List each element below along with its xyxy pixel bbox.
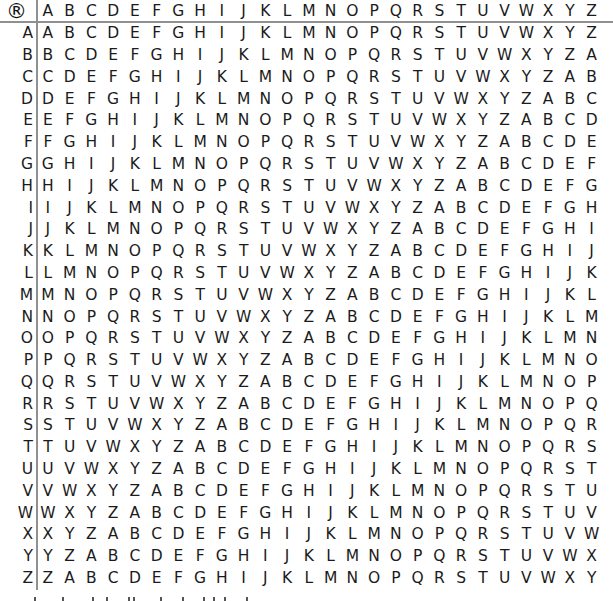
grid-cell: M [81, 241, 103, 263]
grid-cell: S [320, 132, 342, 154]
grid-cell: Q [37, 372, 59, 394]
grid-cell: B [363, 285, 385, 307]
row-label-cell: I [0, 197, 37, 219]
grid-cell: K [342, 503, 364, 525]
grid-cell: O [537, 394, 559, 416]
grid-cell: O [385, 546, 407, 568]
grid-cell: S [276, 176, 298, 198]
grid-cell: A [233, 394, 255, 416]
grid-cell: Q [516, 459, 538, 481]
grid-cell: T [168, 306, 190, 328]
grid-cell: R [59, 372, 81, 394]
grid-cell: V [81, 437, 103, 459]
grid-cell: I [320, 481, 342, 503]
grid-cell: C [189, 481, 211, 503]
grid-cell: A [189, 437, 211, 459]
grid-cell: H [102, 110, 124, 132]
grid-cell: Z [276, 328, 298, 350]
caption-ascender-tick [128, 597, 130, 601]
grid-cell: V [407, 110, 429, 132]
grid-cell: A [211, 415, 233, 437]
grid-cell: P [537, 415, 559, 437]
grid-cell: D [581, 110, 603, 132]
grid-cell: T [516, 524, 538, 546]
grid-cell: Q [342, 67, 364, 89]
grid-cell: U [168, 328, 190, 350]
grid-cell: F [559, 176, 581, 198]
grid-cell: N [146, 197, 168, 219]
grid-cell: X [537, 23, 559, 45]
grid-cell: Q [429, 546, 451, 568]
grid-cell: U [494, 568, 516, 590]
grid-cell: D [320, 372, 342, 394]
grid-cell: W [59, 481, 81, 503]
grid-cell: Q [407, 568, 429, 590]
grid-cell: B [37, 45, 59, 67]
grid-cell: N [124, 219, 146, 241]
grid-cell: E [146, 568, 168, 590]
grid-cell: C [385, 285, 407, 307]
grid-cell: V [472, 45, 494, 67]
grid-cell: M [516, 372, 538, 394]
grid-cell: B [233, 415, 255, 437]
grid-cell: U [385, 110, 407, 132]
grid-cell: L [233, 67, 255, 89]
grid-cell: N [189, 154, 211, 176]
grid-cell: S [385, 67, 407, 89]
grid-cell: L [298, 568, 320, 590]
grid-cell: B [189, 459, 211, 481]
grid-cell: J [298, 524, 320, 546]
grid-cell: Y [298, 285, 320, 307]
grid-cell: N [537, 372, 559, 394]
grid-cell: G [385, 372, 407, 394]
grid-cell: J [429, 394, 451, 416]
col-header-cell: K [255, 0, 277, 23]
row-label-cell: G [0, 154, 37, 176]
row-label-cell: R [0, 394, 37, 416]
grid-cell: K [276, 568, 298, 590]
grid-cell: M [233, 88, 255, 110]
grid-cell: R [494, 503, 516, 525]
grid-cell: M [559, 328, 581, 350]
grid-cell: K [37, 241, 59, 263]
grid-cell: A [342, 285, 364, 307]
grid-cell: M [189, 132, 211, 154]
grid-cell: L [450, 415, 472, 437]
grid-cell: O [211, 154, 233, 176]
grid-cell: C [59, 45, 81, 67]
grid-cell: I [298, 503, 320, 525]
grid-cell: D [363, 328, 385, 350]
grid-cell: T [255, 219, 277, 241]
grid-cell: G [298, 459, 320, 481]
row-label-cell: E [0, 110, 37, 132]
grid-cell: X [168, 394, 190, 416]
grid-cell: F [146, 23, 168, 45]
grid-cell: A [146, 481, 168, 503]
grid-cell: H [472, 306, 494, 328]
grid-cell: Y [59, 524, 81, 546]
caption-ascender-tick [106, 597, 108, 601]
grid-cell: F [363, 372, 385, 394]
grid-cell: Z [450, 154, 472, 176]
grid-cell: B [102, 546, 124, 568]
grid-cell: X [211, 350, 233, 372]
grid-cell: T [342, 132, 364, 154]
grid-cell: S [559, 459, 581, 481]
grid-cell: S [298, 154, 320, 176]
grid-cell: V [124, 394, 146, 416]
grid-cell: S [537, 481, 559, 503]
grid-cell: K [385, 459, 407, 481]
grid-cell: Z [342, 263, 364, 285]
caption-ascender-tick [62, 597, 64, 601]
grid-cell: C [81, 23, 103, 45]
grid-cell: R [276, 154, 298, 176]
grid-cell: X [255, 306, 277, 328]
grid-cell: M [429, 459, 451, 481]
grid-cell: H [211, 568, 233, 590]
grid-cell: P [516, 437, 538, 459]
grid-cell: O [450, 481, 472, 503]
grid-cell: U [472, 23, 494, 45]
grid-cell: O [407, 524, 429, 546]
grid-cell: A [537, 88, 559, 110]
grid-cell: L [81, 219, 103, 241]
caption-ascender-tick [246, 597, 248, 601]
grid-cell: B [450, 197, 472, 219]
grid-cell: O [494, 437, 516, 459]
grid-cell: Z [81, 524, 103, 546]
grid-cell: J [255, 568, 277, 590]
grid-cell: Q [363, 45, 385, 67]
grid-cell: X [189, 372, 211, 394]
grid-cell: R [320, 110, 342, 132]
grid-cell: T [37, 437, 59, 459]
grid-cell: J [233, 23, 255, 45]
grid-cell: T [363, 110, 385, 132]
grid-cell: D [537, 154, 559, 176]
grid-cell: W [81, 459, 103, 481]
grid-cell: W [429, 110, 451, 132]
grid-cell: P [81, 306, 103, 328]
grid-cell: R [385, 45, 407, 67]
grid-cell: V [385, 132, 407, 154]
grid-cell: T [59, 415, 81, 437]
grid-cell: U [559, 503, 581, 525]
grid-cell: K [233, 45, 255, 67]
grid-cell: Z [255, 350, 277, 372]
grid-cell: I [494, 306, 516, 328]
grid-cell: Q [189, 219, 211, 241]
grid-cell: I [255, 546, 277, 568]
grid-cell: U [255, 241, 277, 263]
grid-cell: K [298, 546, 320, 568]
grid-cell: T [320, 154, 342, 176]
grid-cell: Z [385, 219, 407, 241]
grid-cell: U [450, 45, 472, 67]
grid-cell: N [320, 23, 342, 45]
grid-cell: K [255, 23, 277, 45]
grid-cell: Y [124, 459, 146, 481]
grid-cell: W [146, 394, 168, 416]
grid-cell: A [429, 197, 451, 219]
grid-cell: K [211, 67, 233, 89]
grid-cell: J [363, 459, 385, 481]
grid-cell: E [124, 23, 146, 45]
grid-cell: T [407, 67, 429, 89]
grid-cell: D [124, 568, 146, 590]
grid-cell: N [168, 176, 190, 198]
grid-cell: W [363, 176, 385, 198]
grid-cell: E [320, 394, 342, 416]
grid-cell: Q [81, 328, 103, 350]
grid-cell: O [363, 568, 385, 590]
grid-cell: P [385, 568, 407, 590]
grid-cell: V [450, 67, 472, 89]
col-header-cell: T [450, 0, 472, 23]
grid-cell: D [429, 263, 451, 285]
grid-cell: Q [255, 154, 277, 176]
grid-cell: D [59, 67, 81, 89]
grid-cell: E [37, 110, 59, 132]
grid-cell: B [320, 328, 342, 350]
col-header-cell: N [320, 0, 342, 23]
grid-cell: P [189, 197, 211, 219]
grid-cell: E [102, 45, 124, 67]
caption-ascender-tick [182, 597, 184, 601]
grid-cell: W [168, 372, 190, 394]
grid-cell: L [342, 524, 364, 546]
grid-cell: A [124, 503, 146, 525]
grid-cell: W [407, 132, 429, 154]
grid-cell: F [342, 394, 364, 416]
grid-cell: T [581, 459, 603, 481]
grid-cell: E [559, 154, 581, 176]
grid-cell: Y [559, 23, 581, 45]
grid-cell: B [385, 263, 407, 285]
grid-cell: J [581, 241, 603, 263]
grid-cell: G [189, 568, 211, 590]
grid-cell: A [450, 176, 472, 198]
grid-cell: D [559, 132, 581, 154]
col-header-cell: Y [559, 0, 581, 23]
grid-cell: Y [233, 350, 255, 372]
grid-cell: H [233, 546, 255, 568]
grid-cell: L [494, 372, 516, 394]
col-header-cell: S [429, 0, 451, 23]
grid-cell: S [472, 546, 494, 568]
grid-cell: Z [320, 285, 342, 307]
grid-cell: P [472, 481, 494, 503]
grid-cell: T [124, 350, 146, 372]
grid-cell: F [516, 219, 538, 241]
grid-cell: I [450, 350, 472, 372]
grid-cell: Z [168, 437, 190, 459]
grid-cell: Q [168, 241, 190, 263]
grid-cell: R [146, 285, 168, 307]
grid-cell: N [429, 481, 451, 503]
row-label-cell: F [0, 132, 37, 154]
grid-cell: U [211, 285, 233, 307]
grid-cell: N [581, 328, 603, 350]
grid-cell: W [37, 503, 59, 525]
row-label-cell: B [0, 45, 37, 67]
grid-cell: W [472, 67, 494, 89]
grid-cell: D [450, 241, 472, 263]
grid-cell: V [363, 154, 385, 176]
grid-cell: B [581, 67, 603, 89]
grid-cell: W [255, 285, 277, 307]
grid-cell: E [342, 372, 364, 394]
grid-cell: V [276, 241, 298, 263]
grid-cell: J [81, 176, 103, 198]
grid-cell: W [516, 23, 538, 45]
grid-cell: Y [276, 306, 298, 328]
grid-cell: K [146, 132, 168, 154]
grid-cell: Y [189, 394, 211, 416]
row-label-cell: Y [0, 546, 37, 568]
grid-cell: F [124, 45, 146, 67]
grid-cell: X [581, 546, 603, 568]
grid-cell: O [233, 132, 255, 154]
grid-cell: H [320, 459, 342, 481]
row-label-cell: N [0, 306, 37, 328]
grid-cell: D [385, 306, 407, 328]
grid-cell: R [81, 350, 103, 372]
grid-cell: L [537, 328, 559, 350]
grid-cell: M [472, 415, 494, 437]
grid-cell: L [429, 437, 451, 459]
grid-cell: B [407, 241, 429, 263]
grid-cell: L [59, 241, 81, 263]
grid-cell: M [146, 176, 168, 198]
grid-cell: O [102, 263, 124, 285]
grid-cell: Y [102, 481, 124, 503]
grid-cell: M [581, 306, 603, 328]
row-label-cell: W [0, 503, 37, 525]
grid-cell: W [211, 328, 233, 350]
grid-cell: Y [385, 197, 407, 219]
grid-cell: I [146, 88, 168, 110]
grid-cell: A [59, 568, 81, 590]
grid-cell: Y [429, 154, 451, 176]
grid-cell: Q [581, 394, 603, 416]
col-header-cell: W [516, 0, 538, 23]
grid-cell: L [581, 285, 603, 307]
grid-cell: W [450, 88, 472, 110]
grid-cell: L [516, 350, 538, 372]
row-label-cell: D [0, 88, 37, 110]
caption-ascender-tick [224, 597, 226, 601]
grid-cell: I [363, 437, 385, 459]
grid-cell: E [168, 546, 190, 568]
grid-cell: X [320, 241, 342, 263]
grid-cell: E [385, 328, 407, 350]
grid-cell: E [450, 263, 472, 285]
row-label-cell: T [0, 437, 37, 459]
grid-cell: Q [276, 132, 298, 154]
grid-cell: O [168, 197, 190, 219]
grid-cell: Z [581, 23, 603, 45]
grid-cell: O [146, 219, 168, 241]
grid-cell: H [581, 197, 603, 219]
grid-cell: G [168, 23, 190, 45]
col-header-cell: A [37, 0, 59, 23]
grid-cell: A [37, 23, 59, 45]
grid-cell: B [472, 176, 494, 198]
grid-cell: E [81, 67, 103, 89]
grid-cell: N [494, 415, 516, 437]
grid-cell: N [559, 350, 581, 372]
grid-cell: J [37, 219, 59, 241]
grid-cell: C [211, 459, 233, 481]
grid-cell: W [102, 437, 124, 459]
grid-cell: T [537, 503, 559, 525]
grid-cell: P [146, 241, 168, 263]
grid-cell: C [537, 132, 559, 154]
grid-cell: D [81, 45, 103, 67]
grid-cell: H [168, 45, 190, 67]
caption-ascender-tick [203, 597, 205, 601]
grid-cell: X [494, 67, 516, 89]
grid-cell: I [211, 23, 233, 45]
grid-cell: F [81, 88, 103, 110]
grid-cell: Q [320, 88, 342, 110]
grid-cell: U [276, 219, 298, 241]
grid-cell: I [81, 154, 103, 176]
grid-cell: L [320, 546, 342, 568]
grid-cell: L [189, 110, 211, 132]
col-header-cell: M [298, 0, 320, 23]
grid-cell: K [537, 306, 559, 328]
grid-cell: X [276, 285, 298, 307]
grid-cell: E [255, 459, 277, 481]
grid-cell: S [81, 372, 103, 394]
grid-cell: W [494, 45, 516, 67]
grid-cell: G [146, 45, 168, 67]
grid-cell: X [146, 415, 168, 437]
grid-cell: J [450, 372, 472, 394]
grid-cell: R [537, 459, 559, 481]
row-label-cell: J [0, 219, 37, 241]
grid-cell: Y [255, 328, 277, 350]
tabula-recta-board: ®ABCDEFGHIJKLMNOPQRSTUVWXYZAABCDEFGHIJKL… [0, 0, 613, 601]
col-header-cell: X [537, 0, 559, 23]
grid-cell: Q [450, 524, 472, 546]
grid-cell: N [363, 546, 385, 568]
grid-cell: A [581, 45, 603, 67]
grid-cell: R [450, 546, 472, 568]
grid-cell: T [385, 88, 407, 110]
grid-cell: L [472, 394, 494, 416]
grid-cell: I [102, 132, 124, 154]
grid-cell: Z [233, 372, 255, 394]
grid-cell: K [516, 328, 538, 350]
col-header-cell: O [342, 0, 364, 23]
grid-cell: I [276, 524, 298, 546]
grid-cell: H [342, 437, 364, 459]
grid-cell: B [81, 568, 103, 590]
grid-cell: T [429, 45, 451, 67]
col-header-cell: V [494, 0, 516, 23]
grid-cell: X [342, 219, 364, 241]
grid-cell: Y [581, 568, 603, 590]
grid-cell: Y [211, 372, 233, 394]
grid-cell: M [537, 350, 559, 372]
grid-cell: R [472, 524, 494, 546]
